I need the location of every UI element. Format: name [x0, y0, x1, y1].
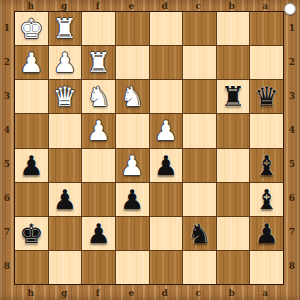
- file-labels-top: hgfedcba: [14, 0, 282, 11]
- rank-label-4: 4: [284, 113, 300, 147]
- square-d4[interactable]: ♟: [150, 114, 183, 147]
- rank-label-7: 7: [0, 215, 14, 249]
- square-d6[interactable]: [150, 183, 183, 216]
- piece-black-rook: ♜: [221, 83, 245, 110]
- square-f3[interactable]: ♞: [82, 80, 115, 113]
- rank-labels-left: 12345678: [0, 11, 14, 283]
- rank-label-5: 5: [284, 147, 300, 181]
- square-b5[interactable]: [217, 149, 250, 182]
- square-b8[interactable]: [217, 251, 250, 284]
- piece-white-knight: ♞: [86, 83, 110, 110]
- square-f6[interactable]: [82, 183, 115, 216]
- square-a6[interactable]: ♝: [250, 183, 283, 216]
- square-h7[interactable]: ♚: [15, 217, 48, 250]
- file-labels-bottom: hgfedcba: [14, 285, 282, 300]
- file-label-g: g: [48, 0, 82, 11]
- square-a1[interactable]: [250, 12, 283, 45]
- square-d2[interactable]: [150, 46, 183, 79]
- square-h1[interactable]: ♚: [15, 12, 48, 45]
- file-label-e: e: [115, 285, 149, 300]
- rank-label-3: 3: [284, 79, 300, 113]
- square-e8[interactable]: [116, 251, 149, 284]
- square-h8[interactable]: [15, 251, 48, 284]
- square-e5[interactable]: ♟: [116, 149, 149, 182]
- white-to-move-indicator: [284, 3, 296, 15]
- square-f2[interactable]: ♜: [82, 46, 115, 79]
- piece-black-queen: ♛: [255, 83, 279, 110]
- square-e1[interactable]: [116, 12, 149, 45]
- piece-black-pawn: ♟: [86, 220, 110, 247]
- rank-label-6: 6: [284, 181, 300, 215]
- square-a7[interactable]: ♟: [250, 217, 283, 250]
- rank-label-1: 1: [0, 11, 14, 45]
- square-d5[interactable]: ♟: [150, 149, 183, 182]
- file-label-b: b: [215, 0, 249, 11]
- file-label-d: d: [148, 285, 182, 300]
- square-a3[interactable]: ♛: [250, 80, 283, 113]
- rank-label-2: 2: [284, 45, 300, 79]
- square-h6[interactable]: [15, 183, 48, 216]
- square-d8[interactable]: [150, 251, 183, 284]
- square-g5[interactable]: [49, 149, 82, 182]
- chess-diagram: hgfedcba hgfedcba 12345678 12345678 ♚♜♟♟…: [0, 0, 300, 300]
- square-d7[interactable]: [150, 217, 183, 250]
- file-label-b: b: [215, 285, 249, 300]
- square-c3[interactable]: [183, 80, 216, 113]
- square-d3[interactable]: [150, 80, 183, 113]
- square-e4[interactable]: [116, 114, 149, 147]
- square-b1[interactable]: [217, 12, 250, 45]
- piece-white-pawn: ♟: [154, 117, 178, 144]
- rank-label-8: 8: [284, 249, 300, 283]
- square-g1[interactable]: ♜: [49, 12, 82, 45]
- piece-white-pawn: ♟: [120, 152, 144, 179]
- square-c8[interactable]: [183, 251, 216, 284]
- rank-label-2: 2: [0, 45, 14, 79]
- piece-black-bishop: ♝: [255, 152, 279, 179]
- file-label-a: a: [249, 285, 283, 300]
- piece-white-pawn: ♟: [53, 49, 77, 76]
- square-b6[interactable]: [217, 183, 250, 216]
- rank-label-4: 4: [0, 113, 14, 147]
- file-label-g: g: [48, 285, 82, 300]
- square-c7[interactable]: ♞: [183, 217, 216, 250]
- square-a5[interactable]: ♝: [250, 149, 283, 182]
- square-b2[interactable]: [217, 46, 250, 79]
- square-c4[interactable]: [183, 114, 216, 147]
- square-f5[interactable]: [82, 149, 115, 182]
- square-g4[interactable]: [49, 114, 82, 147]
- file-label-c: c: [182, 0, 216, 11]
- square-e2[interactable]: [116, 46, 149, 79]
- piece-white-pawn: ♟: [19, 49, 43, 76]
- square-h5[interactable]: ♟: [15, 149, 48, 182]
- square-a8[interactable]: [250, 251, 283, 284]
- file-label-d: d: [148, 0, 182, 11]
- rank-label-5: 5: [0, 147, 14, 181]
- square-d1[interactable]: [150, 12, 183, 45]
- board-grid: ♚♜♟♟♜♛♞♞♜♛♟♟♟♟♟♝♟♟♝♚♟♞♟: [14, 11, 284, 285]
- square-h3[interactable]: [15, 80, 48, 113]
- square-a4[interactable]: [250, 114, 283, 147]
- square-c1[interactable]: [183, 12, 216, 45]
- square-a2[interactable]: [250, 46, 283, 79]
- file-label-e: e: [115, 0, 149, 11]
- square-b4[interactable]: [217, 114, 250, 147]
- piece-black-pawn: ♟: [19, 152, 43, 179]
- square-e3[interactable]: ♞: [116, 80, 149, 113]
- square-g8[interactable]: [49, 251, 82, 284]
- piece-black-pawn: ♟: [255, 220, 279, 247]
- piece-black-pawn: ♟: [53, 186, 77, 213]
- piece-white-pawn: ♟: [86, 117, 110, 144]
- file-label-a: a: [249, 0, 283, 11]
- piece-white-rook: ♜: [86, 49, 110, 76]
- file-label-h: h: [14, 285, 48, 300]
- square-c2[interactable]: [183, 46, 216, 79]
- piece-white-king: ♚: [19, 15, 43, 42]
- rank-label-8: 8: [0, 249, 14, 283]
- file-label-f: f: [81, 285, 115, 300]
- square-h4[interactable]: [15, 114, 48, 147]
- square-g6[interactable]: ♟: [49, 183, 82, 216]
- rank-label-3: 3: [0, 79, 14, 113]
- file-label-c: c: [182, 285, 216, 300]
- square-f4[interactable]: ♟: [82, 114, 115, 147]
- square-c6[interactable]: [183, 183, 216, 216]
- rank-label-7: 7: [284, 215, 300, 249]
- square-h2[interactable]: ♟: [15, 46, 48, 79]
- piece-white-knight: ♞: [120, 83, 144, 110]
- piece-black-pawn: ♟: [154, 152, 178, 179]
- rank-label-6: 6: [0, 181, 14, 215]
- square-g3[interactable]: ♛: [49, 80, 82, 113]
- square-b3[interactable]: ♜: [217, 80, 250, 113]
- file-label-h: h: [14, 0, 48, 11]
- square-f1[interactable]: [82, 12, 115, 45]
- square-b7[interactable]: [217, 217, 250, 250]
- piece-black-knight: ♞: [187, 220, 211, 247]
- square-e7[interactable]: [116, 217, 149, 250]
- piece-white-queen: ♛: [53, 83, 77, 110]
- square-g7[interactable]: [49, 217, 82, 250]
- piece-black-bishop: ♝: [255, 186, 279, 213]
- square-e6[interactable]: ♟: [116, 183, 149, 216]
- square-c5[interactable]: [183, 149, 216, 182]
- rank-labels-right: 12345678: [284, 11, 300, 283]
- piece-white-rook: ♜: [53, 15, 77, 42]
- square-g2[interactable]: ♟: [49, 46, 82, 79]
- piece-black-king: ♚: [19, 220, 43, 247]
- rank-label-1: 1: [284, 11, 300, 45]
- file-label-f: f: [81, 0, 115, 11]
- square-f8[interactable]: [82, 251, 115, 284]
- piece-black-pawn: ♟: [120, 186, 144, 213]
- square-f7[interactable]: ♟: [82, 217, 115, 250]
